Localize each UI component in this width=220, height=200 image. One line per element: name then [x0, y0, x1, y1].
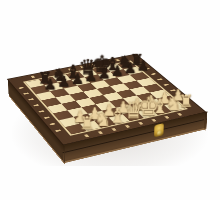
- brass-clasp: [154, 123, 164, 137]
- square-a1: ♜: [65, 124, 86, 134]
- square-b5: [56, 95, 76, 104]
- square-a7: ♟: [31, 85, 50, 94]
- chess-board: ♜♞♝♛♚♝♞♜♟♟♟♟♟♟♟♟♟♟♟♟♟♟♟♟♜♞♝♛♚♝♞♜: [7, 54, 207, 145]
- square-h5: [136, 78, 156, 87]
- chess-set-photo: ♜♞♝♛♚♝♞♜♟♟♟♟♟♟♟♟♟♟♟♟♟♟♟♟♜♞♝♛♚♝♞♜: [0, 0, 220, 200]
